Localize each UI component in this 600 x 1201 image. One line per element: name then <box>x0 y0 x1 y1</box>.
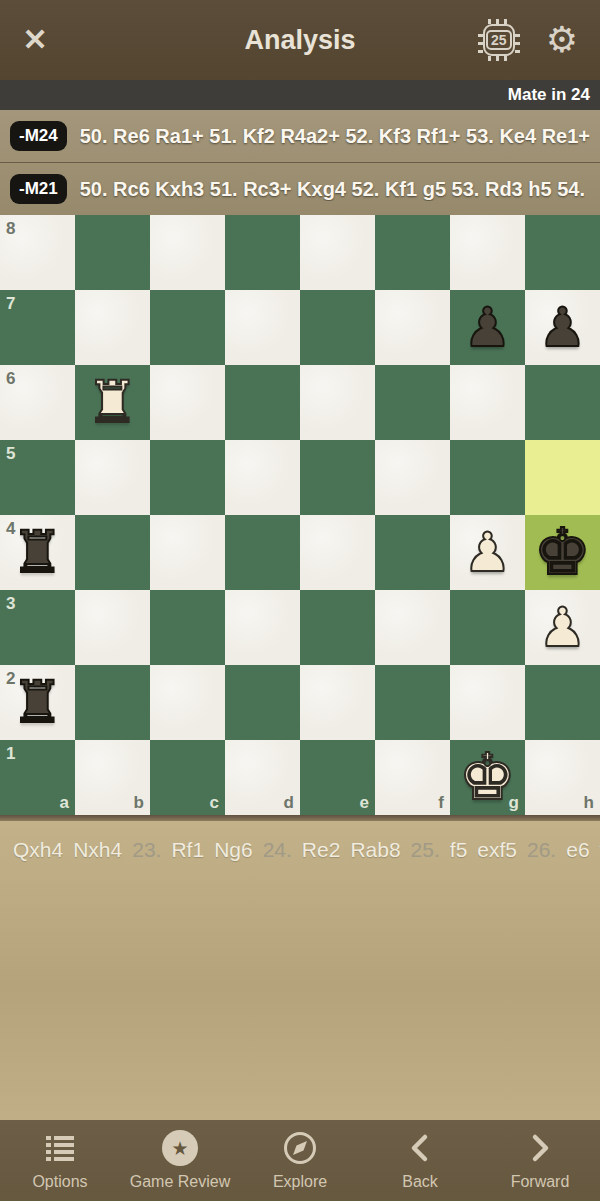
square-a6[interactable]: 6 <box>0 365 75 440</box>
star-glyph: ★ <box>171 1139 188 1158</box>
analysis-screen: ✕ Analysis 25 ⚙ Mate in 24 -M24 50. Re6 … <box>0 0 600 1201</box>
rank-label-2: 2 <box>6 670 15 687</box>
square-a3[interactable]: 3 <box>0 590 75 665</box>
square-h4[interactable]: ♚ <box>525 515 600 590</box>
square-e8[interactable] <box>300 215 375 290</box>
square-c3[interactable] <box>150 590 225 665</box>
move[interactable]: Nxh4 <box>73 838 122 861</box>
rank-label-8: 8 <box>6 220 15 237</box>
move-list: Qxh4Nxh423.Rf1Ng624.Re2Rab825.f5exf526.e… <box>0 821 600 1121</box>
square-g2[interactable] <box>450 665 525 740</box>
white-rook[interactable]: ♜ <box>87 365 139 440</box>
forward-label: Forward <box>511 1173 570 1191</box>
engine-depth-badge: 25 <box>486 30 512 50</box>
square-f3[interactable] <box>375 590 450 665</box>
file-label-b: b <box>134 794 144 811</box>
square-h2[interactable] <box>525 665 600 740</box>
engine-line-moves: 50. Re6 Ra1+ 51. Kf2 R4a2+ 52. Kf3 Rf1+ … <box>80 125 590 148</box>
gear-icon[interactable]: ⚙ <box>546 22 578 58</box>
square-e3[interactable] <box>300 590 375 665</box>
square-f4[interactable] <box>375 515 450 590</box>
square-g8[interactable] <box>450 215 525 290</box>
move[interactable]: Qxh4 <box>13 838 63 861</box>
topbar-actions: 25 ⚙ <box>478 19 600 61</box>
star-circle-icon: ★ <box>162 1130 198 1166</box>
square-e1[interactable]: e <box>300 740 375 815</box>
square-c4[interactable] <box>150 515 225 590</box>
move[interactable]: f5 <box>450 838 468 861</box>
square-h6[interactable] <box>525 365 600 440</box>
square-e4[interactable] <box>300 515 375 590</box>
close-button[interactable]: ✕ <box>0 0 70 80</box>
square-h5[interactable] <box>525 440 600 515</box>
move[interactable]: Ng6 <box>214 838 253 861</box>
eval-badge: -M21 <box>10 174 67 204</box>
evaluation-text: Mate in 24 <box>508 85 590 105</box>
black-pawn[interactable]: ♟ <box>463 290 511 365</box>
engine-line-moves: 50. Rc6 Kxh3 51. Rc3+ Kxg4 52. Kf1 g5 53… <box>80 178 585 201</box>
eval-badge: -M24 <box>10 121 67 151</box>
rank-label-4: 4 <box>6 520 15 537</box>
square-g7[interactable]: ♟ <box>450 290 525 365</box>
square-d7[interactable] <box>225 290 300 365</box>
back-label: Back <box>402 1173 438 1191</box>
engine-lines: -M24 50. Re6 Ra1+ 51. Kf2 R4a2+ 52. Kf3 … <box>0 110 600 215</box>
square-f2[interactable] <box>375 665 450 740</box>
options-label: Options <box>32 1173 87 1191</box>
file-label-c: c <box>210 794 219 811</box>
forward-button[interactable]: Forward <box>480 1120 600 1201</box>
file-label-g: g <box>509 794 519 811</box>
rank-label-3: 3 <box>6 595 15 612</box>
list-icon <box>45 1130 75 1166</box>
square-f5[interactable] <box>375 440 450 515</box>
square-d3[interactable] <box>225 590 300 665</box>
square-h1[interactable]: h <box>525 740 600 815</box>
rank-label-1: 1 <box>6 745 15 762</box>
explore-label: Explore <box>273 1173 327 1191</box>
square-a5[interactable]: 5 <box>0 440 75 515</box>
square-g5[interactable] <box>450 440 525 515</box>
square-g1[interactable]: g♚ <box>450 740 525 815</box>
bottom-toolbar: Options ★ Game Review Explore Bac <box>0 1120 600 1201</box>
chevron-left-icon <box>408 1130 432 1166</box>
white-pawn[interactable]: ♟ <box>463 515 511 590</box>
white-pawn[interactable]: ♟ <box>538 590 586 665</box>
move[interactable]: e6 <box>566 838 589 861</box>
move-number: 24. <box>263 838 292 861</box>
file-label-e: e <box>360 794 369 811</box>
square-d1[interactable]: d <box>225 740 300 815</box>
black-pawn[interactable]: ♟ <box>538 290 586 365</box>
square-g4[interactable]: ♟ <box>450 515 525 590</box>
square-d5[interactable] <box>225 440 300 515</box>
square-e6[interactable] <box>300 365 375 440</box>
square-f1[interactable]: f <box>375 740 450 815</box>
square-b5[interactable] <box>75 440 150 515</box>
square-g3[interactable] <box>450 590 525 665</box>
square-c7[interactable] <box>150 290 225 365</box>
square-a1[interactable]: 1a <box>0 740 75 815</box>
square-c1[interactable]: c <box>150 740 225 815</box>
rank-label-5: 5 <box>6 445 15 462</box>
square-e5[interactable] <box>300 440 375 515</box>
move[interactable]: Rab8 <box>350 838 400 861</box>
square-c6[interactable] <box>150 365 225 440</box>
square-c2[interactable] <box>150 665 225 740</box>
square-d6[interactable] <box>225 365 300 440</box>
engine-line-1[interactable]: -M24 50. Re6 Ra1+ 51. Kf2 R4a2+ 52. Kf3 … <box>0 110 600 162</box>
game-review-button[interactable]: ★ Game Review <box>120 1120 240 1201</box>
compass-icon <box>282 1130 318 1166</box>
move[interactable]: Re2 <box>302 838 341 861</box>
engine-line-2[interactable]: -M21 50. Rc6 Kxh3 51. Rc3+ Kxg4 52. Kf1 … <box>0 162 600 215</box>
evaluation-banner: Mate in 24 <box>0 80 600 110</box>
move-number: 26. <box>527 838 556 861</box>
square-d2[interactable] <box>225 665 300 740</box>
move-number: 23. <box>132 838 161 861</box>
square-h7[interactable]: ♟ <box>525 290 600 365</box>
square-d4[interactable] <box>225 515 300 590</box>
back-button[interactable]: Back <box>360 1120 480 1201</box>
file-label-h: h <box>584 794 594 811</box>
square-b2[interactable] <box>75 665 150 740</box>
options-button[interactable]: Options <box>0 1120 120 1201</box>
rank-label-6: 6 <box>6 370 15 387</box>
square-b3[interactable] <box>75 590 150 665</box>
square-g6[interactable] <box>450 365 525 440</box>
file-label-a: a <box>60 794 69 811</box>
move[interactable]: Rf1 <box>171 838 204 861</box>
square-f8[interactable] <box>375 215 450 290</box>
top-navigation-bar: ✕ Analysis 25 ⚙ <box>0 0 600 80</box>
black-king[interactable]: ♚ <box>534 515 591 590</box>
square-h3[interactable]: ♟ <box>525 590 600 665</box>
file-label-d: d <box>284 794 294 811</box>
square-f6[interactable] <box>375 365 450 440</box>
move[interactable]: exf5 <box>477 838 517 861</box>
square-d8[interactable] <box>225 215 300 290</box>
explore-button[interactable]: Explore <box>240 1120 360 1201</box>
square-a4[interactable]: 4♜ <box>0 515 75 590</box>
square-a7[interactable]: 7 <box>0 290 75 365</box>
square-e7[interactable] <box>300 290 375 365</box>
square-b7[interactable] <box>75 290 150 365</box>
engine-chip-icon[interactable]: 25 <box>478 19 520 61</box>
game-review-label: Game Review <box>130 1173 230 1191</box>
file-label-f: f <box>438 794 444 811</box>
move-number: 25. <box>411 838 440 861</box>
square-a2[interactable]: 2♜ <box>0 665 75 740</box>
square-a8[interactable]: 8 <box>0 215 75 290</box>
square-e2[interactable] <box>300 665 375 740</box>
white-king[interactable]: ♚ <box>459 740 516 815</box>
square-b1[interactable]: b <box>75 740 150 815</box>
square-f7[interactable] <box>375 290 450 365</box>
black-rook[interactable]: ♜ <box>12 515 64 590</box>
square-c5[interactable] <box>150 440 225 515</box>
square-h8[interactable] <box>525 215 600 290</box>
square-b4[interactable] <box>75 515 150 590</box>
square-b6[interactable]: ♜ <box>75 365 150 440</box>
black-rook[interactable]: ♜ <box>12 665 64 740</box>
square-b8[interactable] <box>75 215 150 290</box>
chevron-right-icon <box>528 1130 552 1166</box>
rank-label-7: 7 <box>6 295 15 312</box>
chess-board: 87♟♟6♜54♜♟♚3♟2♜1abcdefg♚h <box>0 215 600 815</box>
square-c8[interactable] <box>150 215 225 290</box>
